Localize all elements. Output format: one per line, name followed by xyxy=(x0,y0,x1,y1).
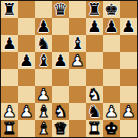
square-c7[interactable]: ♟ xyxy=(35,18,52,35)
square-a8[interactable]: ♜ xyxy=(1,1,18,18)
white-queen-icon[interactable]: ♛ xyxy=(53,120,67,137)
black-pawn-icon[interactable]: ♟ xyxy=(2,35,16,52)
square-d7[interactable] xyxy=(52,18,69,35)
square-g4[interactable] xyxy=(103,69,120,86)
square-b5[interactable]: ♟ xyxy=(18,52,35,69)
square-f1[interactable]: ♜ xyxy=(86,120,103,137)
black-pawn-icon[interactable]: ♟ xyxy=(36,18,50,35)
chess-board: ♜♛♜♚♟♟♟♟♟♞♝♟♝♟♟♟♞♟♟♝♞♞♟♟♜♝♛♜♚ xyxy=(0,0,138,138)
square-g1[interactable]: ♚ xyxy=(103,120,120,137)
square-a7[interactable] xyxy=(1,18,18,35)
square-a6[interactable]: ♟ xyxy=(1,35,18,52)
square-b3[interactable] xyxy=(18,86,35,103)
white-pawn-icon[interactable]: ♟ xyxy=(19,103,33,120)
square-a1[interactable]: ♜ xyxy=(1,120,18,137)
square-e5[interactable]: ♟ xyxy=(69,52,86,69)
black-knight-icon[interactable]: ♞ xyxy=(87,103,101,120)
square-e3[interactable] xyxy=(69,86,86,103)
square-e4[interactable] xyxy=(69,69,86,86)
square-f2[interactable]: ♞ xyxy=(86,103,103,120)
square-d5[interactable]: ♟ xyxy=(52,52,69,69)
square-c3[interactable]: ♟ xyxy=(35,86,52,103)
square-f7[interactable]: ♟ xyxy=(86,18,103,35)
square-d4[interactable] xyxy=(52,69,69,86)
square-a5[interactable] xyxy=(1,52,18,69)
square-e7[interactable] xyxy=(69,18,86,35)
square-d3[interactable] xyxy=(52,86,69,103)
square-c6[interactable]: ♞ xyxy=(35,35,52,52)
square-d8[interactable]: ♛ xyxy=(52,1,69,18)
square-e1[interactable] xyxy=(69,120,86,137)
square-b6[interactable] xyxy=(18,35,35,52)
square-a2[interactable]: ♟ xyxy=(1,103,18,120)
square-f6[interactable] xyxy=(86,35,103,52)
square-e6[interactable]: ♝ xyxy=(69,35,86,52)
white-bishop-icon[interactable]: ♝ xyxy=(36,103,50,120)
white-king-icon[interactable]: ♚ xyxy=(104,120,118,137)
square-g2[interactable]: ♟ xyxy=(103,103,120,120)
black-pawn-icon[interactable]: ♟ xyxy=(121,18,135,35)
square-h5[interactable] xyxy=(120,52,137,69)
square-b1[interactable] xyxy=(18,120,35,137)
white-knight-icon[interactable]: ♞ xyxy=(53,103,67,120)
white-pawn-icon[interactable]: ♟ xyxy=(121,103,135,120)
square-c2[interactable]: ♝ xyxy=(35,103,52,120)
square-f5[interactable] xyxy=(86,52,103,69)
square-h8[interactable] xyxy=(120,1,137,18)
black-queen-icon[interactable]: ♛ xyxy=(53,1,67,18)
white-pawn-icon[interactable]: ♟ xyxy=(2,103,16,120)
white-pawn-icon[interactable]: ♟ xyxy=(70,52,84,69)
square-c8[interactable] xyxy=(35,1,52,18)
square-h7[interactable]: ♟ xyxy=(120,18,137,35)
square-d6[interactable] xyxy=(52,35,69,52)
black-pawn-icon[interactable]: ♟ xyxy=(87,18,101,35)
white-pawn-icon[interactable]: ♟ xyxy=(104,103,118,120)
square-h6[interactable] xyxy=(120,35,137,52)
square-g8[interactable]: ♚ xyxy=(103,1,120,18)
square-a3[interactable] xyxy=(1,86,18,103)
square-f3[interactable]: ♞ xyxy=(86,86,103,103)
black-pawn-icon[interactable]: ♟ xyxy=(53,52,67,69)
square-b8[interactable] xyxy=(18,1,35,18)
black-king-icon[interactable]: ♚ xyxy=(104,1,118,18)
square-b2[interactable]: ♟ xyxy=(18,103,35,120)
square-h1[interactable] xyxy=(120,120,137,137)
square-h3[interactable] xyxy=(120,86,137,103)
square-c4[interactable] xyxy=(35,69,52,86)
black-bishop-icon[interactable]: ♝ xyxy=(36,52,50,69)
black-pawn-icon[interactable]: ♟ xyxy=(104,18,118,35)
square-h4[interactable] xyxy=(120,69,137,86)
black-pawn-icon[interactable]: ♟ xyxy=(19,52,33,69)
black-rook-icon[interactable]: ♜ xyxy=(2,1,16,18)
square-f8[interactable]: ♜ xyxy=(86,1,103,18)
square-g6[interactable] xyxy=(103,35,120,52)
white-rook-icon[interactable]: ♜ xyxy=(87,120,101,137)
square-e2[interactable] xyxy=(69,103,86,120)
black-rook-icon[interactable]: ♜ xyxy=(87,1,101,18)
white-bishop-icon[interactable]: ♝ xyxy=(36,120,50,137)
black-knight-icon[interactable]: ♞ xyxy=(36,35,50,52)
square-f4[interactable] xyxy=(86,69,103,86)
white-knight-icon[interactable]: ♞ xyxy=(87,86,101,103)
square-b7[interactable] xyxy=(18,18,35,35)
square-h2[interactable]: ♟ xyxy=(120,103,137,120)
white-rook-icon[interactable]: ♜ xyxy=(2,120,16,137)
square-b4[interactable] xyxy=(18,69,35,86)
square-d1[interactable]: ♛ xyxy=(52,120,69,137)
square-a4[interactable] xyxy=(1,69,18,86)
white-pawn-icon[interactable]: ♟ xyxy=(36,86,50,103)
black-bishop-icon[interactable]: ♝ xyxy=(70,35,84,52)
square-c1[interactable]: ♝ xyxy=(35,120,52,137)
square-c5[interactable]: ♝ xyxy=(35,52,52,69)
square-d2[interactable]: ♞ xyxy=(52,103,69,120)
square-g7[interactable]: ♟ xyxy=(103,18,120,35)
square-e8[interactable] xyxy=(69,1,86,18)
square-g3[interactable] xyxy=(103,86,120,103)
square-g5[interactable] xyxy=(103,52,120,69)
